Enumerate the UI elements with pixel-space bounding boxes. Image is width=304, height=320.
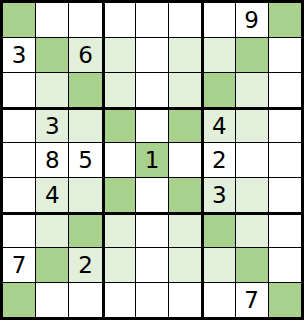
cell-r5c7[interactable]: 2 (202, 143, 234, 177)
cell-r4c4[interactable] (103, 108, 135, 142)
cell-r7c6[interactable] (169, 213, 201, 247)
cell-r2c2[interactable] (36, 38, 68, 72)
cell-r4c7[interactable]: 4 (202, 108, 234, 142)
cell-r4c1[interactable] (3, 108, 35, 142)
cell-r7c9[interactable] (269, 213, 301, 247)
cell-r9c8[interactable]: 7 (236, 283, 268, 317)
cell-r1c5[interactable] (136, 3, 168, 37)
cell-r9c4[interactable] (103, 283, 135, 317)
cell-r8c3[interactable]: 2 (69, 248, 101, 282)
cell-r9c2[interactable] (36, 283, 68, 317)
cell-r1c4[interactable] (103, 3, 135, 37)
cell-r7c7[interactable] (202, 213, 234, 247)
cell-r8c6[interactable] (169, 248, 201, 282)
cell-r5c9[interactable] (269, 143, 301, 177)
cell-r9c5[interactable] (136, 283, 168, 317)
cell-r2c6[interactable] (169, 38, 201, 72)
cell-r2c4[interactable] (103, 38, 135, 72)
cell-r4c9[interactable] (269, 108, 301, 142)
cell-r7c3[interactable] (69, 213, 101, 247)
cell-r3c2[interactable] (36, 73, 68, 107)
cell-r1c1[interactable] (3, 3, 35, 37)
cell-r6c8[interactable] (236, 178, 268, 212)
cell-r9c7[interactable] (202, 283, 234, 317)
cell-r6c1[interactable] (3, 178, 35, 212)
cell-r6c2[interactable]: 4 (36, 178, 68, 212)
cell-r3c3[interactable] (69, 73, 101, 107)
cell-r5c6[interactable] (169, 143, 201, 177)
cell-r4c3[interactable] (69, 108, 101, 142)
cell-r6c7[interactable]: 3 (202, 178, 234, 212)
cell-r1c6[interactable] (169, 3, 201, 37)
cell-r8c9[interactable] (269, 248, 301, 282)
cell-r1c7[interactable] (202, 3, 234, 37)
cell-r8c8[interactable] (236, 248, 268, 282)
cell-r7c1[interactable] (3, 213, 35, 247)
cell-r7c8[interactable] (236, 213, 268, 247)
cell-r4c2[interactable]: 3 (36, 108, 68, 142)
cell-r8c2[interactable] (36, 248, 68, 282)
cell-r8c5[interactable] (136, 248, 168, 282)
cell-r9c1[interactable] (3, 283, 35, 317)
cell-r7c2[interactable] (36, 213, 68, 247)
cell-r9c6[interactable] (169, 283, 201, 317)
cell-r1c2[interactable] (36, 3, 68, 37)
cell-r2c3[interactable]: 6 (69, 38, 101, 72)
cell-r3c7[interactable] (202, 73, 234, 107)
cell-r2c8[interactable] (236, 38, 268, 72)
sudoku-board: 93634851243727 (0, 0, 304, 320)
cell-r2c5[interactable] (136, 38, 168, 72)
cell-r4c5[interactable] (136, 108, 168, 142)
cell-r6c5[interactable] (136, 178, 168, 212)
cell-r5c1[interactable] (3, 143, 35, 177)
cell-r8c4[interactable] (103, 248, 135, 282)
cell-r3c6[interactable] (169, 73, 201, 107)
cell-r3c9[interactable] (269, 73, 301, 107)
cell-r7c5[interactable] (136, 213, 168, 247)
cell-r5c5[interactable]: 1 (136, 143, 168, 177)
cell-r2c1[interactable]: 3 (3, 38, 35, 72)
cell-r3c4[interactable] (103, 73, 135, 107)
cell-r1c9[interactable] (269, 3, 301, 37)
cell-r9c9[interactable] (269, 283, 301, 317)
cell-r5c4[interactable] (103, 143, 135, 177)
cell-r4c8[interactable] (236, 108, 268, 142)
cell-r4c6[interactable] (169, 108, 201, 142)
cell-r1c3[interactable] (69, 3, 101, 37)
cell-r1c8[interactable]: 9 (236, 3, 268, 37)
cell-r7c4[interactable] (103, 213, 135, 247)
cell-r5c2[interactable]: 8 (36, 143, 68, 177)
cell-r9c3[interactable] (69, 283, 101, 317)
cell-r8c7[interactable] (202, 248, 234, 282)
cell-r5c8[interactable] (236, 143, 268, 177)
cell-r2c7[interactable] (202, 38, 234, 72)
cell-r6c6[interactable] (169, 178, 201, 212)
cell-r8c1[interactable]: 7 (3, 248, 35, 282)
cell-r6c4[interactable] (103, 178, 135, 212)
cell-r5c3[interactable]: 5 (69, 143, 101, 177)
cell-r3c1[interactable] (3, 73, 35, 107)
cell-r3c5[interactable] (136, 73, 168, 107)
cell-r2c9[interactable] (269, 38, 301, 72)
cell-r6c3[interactable] (69, 178, 101, 212)
cell-r3c8[interactable] (236, 73, 268, 107)
cell-r6c9[interactable] (269, 178, 301, 212)
